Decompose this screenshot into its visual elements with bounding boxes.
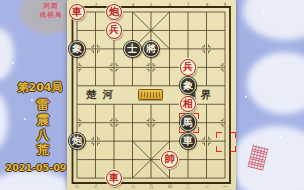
cloud (230, 126, 304, 190)
piece-red-elephant[interactable]: 相 (180, 96, 197, 113)
star-speck (12, 62, 14, 64)
app-window: 阿闻 残棋局 第204局 雷震八荒 2021-05-09 123456789 九… (0, 0, 304, 190)
piece-red-general[interactable]: 帥 (161, 151, 178, 168)
piece-red-cannon[interactable]: 炮 (106, 4, 123, 21)
title-char: 荒 (37, 142, 50, 157)
cloud (0, 28, 14, 80)
piece-red-chariot[interactable]: 車 (106, 170, 123, 187)
date-label: 2021-05-09 (3, 162, 69, 173)
channel-logo: 阿闻 残棋局 (30, 2, 72, 19)
cloud (0, 92, 8, 150)
title-char: 八 (37, 127, 50, 142)
piece-black-general[interactable]: 將 (143, 41, 160, 58)
last-move-to-marker (179, 113, 199, 133)
board-grid[interactable]: 車炮兵象士將兵象相馬車炮帥車 (68, 3, 235, 187)
xiangqi-board: 123456789 九八七六五四三二一 楚河 漢界 車炮兵象士將兵象相馬車炮帥車 (67, 0, 236, 190)
logo-line2: 残棋局 (39, 11, 64, 20)
piece-red-pawn[interactable]: 兵 (180, 59, 197, 76)
title-char: 雷 (37, 97, 50, 112)
star-speck (245, 96, 247, 98)
piece-black-chariot[interactable]: 車 (180, 133, 197, 150)
title-char: 震 (37, 112, 50, 127)
star-speck (280, 136, 282, 138)
puzzle-number: 第204局 (10, 80, 70, 95)
cloud (247, 52, 304, 114)
piece-black-elephant[interactable]: 象 (180, 77, 197, 94)
cloud (0, 170, 73, 190)
logo-line1: 阿闻 (43, 2, 60, 11)
piece-red-chariot[interactable]: 車 (69, 4, 86, 21)
piece-black-cannon[interactable]: 炮 (69, 133, 86, 150)
star-speck (24, 118, 26, 120)
cloud (243, 0, 304, 40)
piece-black-advisor[interactable]: 士 (124, 41, 141, 58)
last-move-from-marker (216, 132, 236, 152)
piece-red-pawn[interactable]: 兵 (106, 22, 123, 39)
star-speck (262, 12, 264, 14)
piece-black-elephant[interactable]: 象 (69, 41, 86, 58)
sparkle (31, 99, 33, 101)
puzzle-title-vertical: 雷震八荒 (35, 97, 51, 157)
